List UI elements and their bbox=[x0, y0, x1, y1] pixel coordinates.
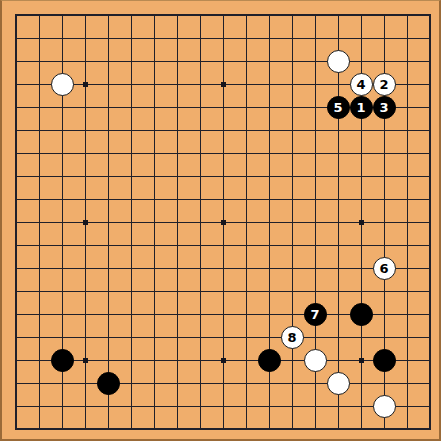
grid-line-horizontal bbox=[15, 383, 431, 384]
stone-white-c14r16 bbox=[304, 349, 327, 372]
stone-white-move-8-c13r15: 8 bbox=[281, 326, 304, 349]
stone-white-move-2-c17r4: 2 bbox=[373, 73, 396, 96]
star-point bbox=[359, 358, 364, 363]
star-point bbox=[221, 358, 226, 363]
grid-line-vertical bbox=[429, 14, 431, 430]
stone-move-number: 7 bbox=[310, 307, 319, 320]
stone-move-number: 2 bbox=[379, 77, 388, 90]
go-board-surface: 42513678 bbox=[2, 1, 439, 439]
grid-line-horizontal bbox=[15, 245, 431, 246]
grid-line-vertical bbox=[407, 14, 408, 430]
stone-white-move-6-c17r12: 6 bbox=[373, 257, 396, 280]
stone-white-move-4-c16r4: 4 bbox=[350, 73, 373, 96]
stone-move-number: 8 bbox=[287, 330, 296, 343]
grid-line-vertical bbox=[292, 14, 293, 430]
grid-line-horizontal bbox=[15, 428, 431, 430]
grid-line-horizontal bbox=[15, 291, 431, 292]
stone-move-number: 5 bbox=[333, 100, 342, 113]
stone-move-number: 6 bbox=[379, 261, 388, 274]
star-point bbox=[83, 82, 88, 87]
star-point bbox=[221, 220, 226, 225]
stone-black-c16r14 bbox=[350, 303, 373, 326]
star-point bbox=[83, 358, 88, 363]
stone-black-move-5-c15r5: 5 bbox=[327, 96, 350, 119]
stone-white-c3r4 bbox=[51, 73, 74, 96]
star-point bbox=[83, 220, 88, 225]
star-point bbox=[221, 82, 226, 87]
stone-white-c17r18 bbox=[373, 395, 396, 418]
go-board: 42513678 bbox=[0, 0, 441, 441]
stone-black-move-7-c14r14: 7 bbox=[304, 303, 327, 326]
stone-white-c15r3 bbox=[327, 50, 350, 73]
grid-line-horizontal bbox=[15, 268, 431, 269]
stone-black-c17r16 bbox=[373, 349, 396, 372]
stone-black-c12r16 bbox=[258, 349, 281, 372]
star-point bbox=[359, 220, 364, 225]
grid-line-vertical bbox=[338, 14, 339, 430]
grid-line-horizontal bbox=[15, 337, 431, 338]
grid-line-horizontal bbox=[15, 406, 431, 407]
grid-line-vertical bbox=[246, 14, 247, 430]
stone-black-c5r17 bbox=[97, 372, 120, 395]
stone-move-number: 3 bbox=[379, 100, 388, 113]
stone-black-move-1-c16r5: 1 bbox=[350, 96, 373, 119]
stone-black-c3r16 bbox=[51, 349, 74, 372]
stone-move-number: 4 bbox=[356, 77, 365, 90]
stone-move-number: 1 bbox=[356, 100, 365, 113]
stone-black-move-3-c17r5: 3 bbox=[373, 96, 396, 119]
stone-white-c15r17 bbox=[327, 372, 350, 395]
